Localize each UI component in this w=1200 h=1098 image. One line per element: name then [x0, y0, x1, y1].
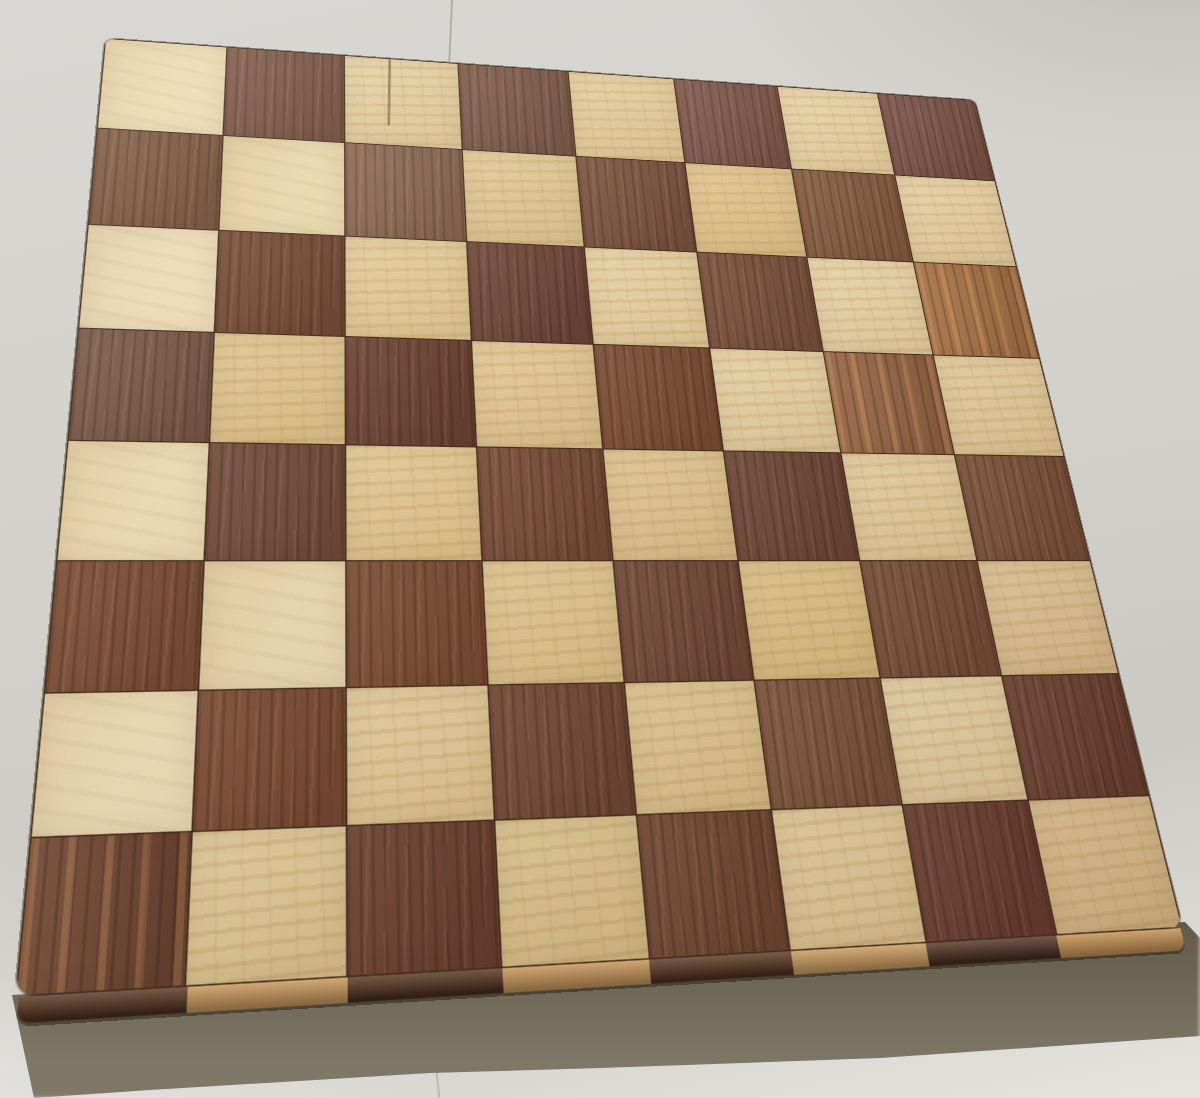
square-e6[interactable]: [584, 247, 709, 347]
square-c7[interactable]: [345, 143, 466, 241]
square-c5[interactable]: [345, 337, 475, 446]
square-e8[interactable]: [568, 72, 685, 162]
square-a2[interactable]: [32, 691, 198, 837]
scene: [0, 0, 1200, 1098]
square-c3[interactable]: [346, 562, 487, 688]
square-g3[interactable]: [861, 562, 1001, 678]
square-h6[interactable]: [914, 262, 1039, 357]
square-c1[interactable]: [347, 821, 500, 976]
square-e4[interactable]: [603, 449, 738, 561]
square-b6[interactable]: [215, 231, 344, 336]
square-g8[interactable]: [778, 87, 894, 175]
square-h4[interactable]: [955, 455, 1089, 561]
square-b4[interactable]: [205, 443, 345, 561]
square-g7[interactable]: [792, 169, 912, 261]
square-d3[interactable]: [482, 562, 623, 685]
square-d6[interactable]: [467, 242, 592, 344]
square-f8[interactable]: [675, 79, 791, 168]
square-g5[interactable]: [824, 352, 954, 454]
square-c6[interactable]: [345, 236, 470, 339]
square-e1[interactable]: [636, 811, 789, 958]
square-f3[interactable]: [739, 562, 880, 680]
backdrop-seam-line-top: [448, 0, 453, 64]
square-c4[interactable]: [346, 445, 481, 561]
square-f4[interactable]: [724, 451, 859, 561]
square-f5[interactable]: [711, 348, 841, 452]
square-b2[interactable]: [193, 689, 346, 831]
square-a3[interactable]: [45, 562, 203, 693]
square-d8[interactable]: [458, 64, 575, 156]
square-a8[interactable]: [98, 39, 226, 135]
square-g4[interactable]: [842, 453, 977, 561]
square-e5[interactable]: [593, 344, 723, 449]
square-b3[interactable]: [199, 562, 345, 690]
square-h2[interactable]: [1002, 674, 1148, 799]
square-f1[interactable]: [773, 806, 926, 950]
square-g2[interactable]: [881, 677, 1027, 805]
square-e3[interactable]: [613, 562, 754, 683]
square-c2[interactable]: [347, 686, 494, 825]
square-b7[interactable]: [219, 136, 344, 235]
chessboard: [15, 38, 1183, 997]
square-b8[interactable]: [224, 48, 344, 142]
square-d2[interactable]: [488, 684, 635, 820]
square-d4[interactable]: [477, 447, 612, 561]
square-a7[interactable]: [89, 128, 222, 229]
board-grid: [15, 38, 1183, 997]
square-h8[interactable]: [878, 94, 994, 180]
square-a4[interactable]: [57, 440, 208, 560]
square-d1[interactable]: [495, 816, 648, 967]
square-a5[interactable]: [69, 328, 214, 441]
square-h5[interactable]: [934, 355, 1063, 455]
square-d5[interactable]: [472, 341, 602, 448]
square-c8[interactable]: [345, 56, 461, 149]
square-h7[interactable]: [895, 175, 1015, 266]
square-h3[interactable]: [978, 562, 1118, 676]
square-f6[interactable]: [698, 252, 823, 350]
square-f7[interactable]: [686, 163, 807, 256]
square-a1[interactable]: [17, 832, 191, 995]
square-f2[interactable]: [755, 679, 902, 809]
square-d7[interactable]: [462, 150, 583, 246]
square-e7[interactable]: [576, 157, 697, 252]
square-b1[interactable]: [186, 827, 346, 986]
square-e2[interactable]: [624, 681, 771, 814]
square-b5[interactable]: [210, 333, 345, 444]
square-a6[interactable]: [79, 225, 218, 332]
square-g6[interactable]: [808, 257, 933, 354]
